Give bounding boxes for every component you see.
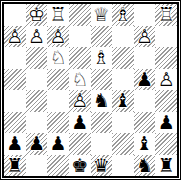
white-rook-piece: ♜♖	[47, 4, 69, 26]
square-h8[interactable]: ♜	[4, 155, 26, 177]
square-e1[interactable]	[69, 4, 91, 26]
piece-filled-glyph: ♞	[91, 90, 113, 112]
square-g8[interactable]	[26, 155, 48, 177]
square-e4[interactable]: ♞♘	[69, 69, 91, 91]
piece-filled-glyph: ♛	[91, 155, 113, 177]
square-e7[interactable]	[69, 133, 91, 155]
piece-outline-glyph: ♙	[69, 90, 91, 112]
piece-outline-glyph: ♙	[26, 26, 48, 48]
piece-filled-glyph: ♟	[155, 112, 177, 134]
square-c6[interactable]	[112, 112, 134, 134]
square-c2[interactable]	[112, 26, 134, 48]
black-pawn-piece: ♟	[69, 112, 91, 134]
square-f1[interactable]: ♜♖	[47, 4, 69, 26]
square-e3[interactable]	[69, 47, 91, 69]
square-d8[interactable]: ♛	[91, 155, 113, 177]
piece-filled-glyph: ♟	[69, 112, 91, 134]
square-g3[interactable]	[26, 47, 48, 69]
square-f3[interactable]: ♞♘	[47, 47, 69, 69]
piece-outline-glyph: ♙	[155, 69, 177, 91]
square-g1[interactable]: ♚♔	[26, 4, 48, 26]
piece-outline-glyph: ♔	[26, 4, 48, 26]
white-knight-piece: ♞♘	[69, 69, 91, 91]
square-b7[interactable]: ♝	[134, 133, 156, 155]
white-pawn-piece: ♟♙	[69, 90, 91, 112]
piece-filled-glyph: ♟	[47, 133, 69, 155]
square-g4[interactable]	[26, 69, 48, 91]
square-f2[interactable]: ♟♙	[47, 26, 69, 48]
square-h4[interactable]	[4, 69, 26, 91]
black-knight-piece: ♞	[91, 90, 113, 112]
piece-outline-glyph: ♗	[91, 47, 113, 69]
white-pawn-piece: ♟♙	[4, 26, 26, 48]
square-b1[interactable]	[134, 4, 156, 26]
black-rook-piece: ♜	[155, 155, 177, 177]
white-knight-piece: ♞♘	[47, 47, 69, 69]
square-h7[interactable]: ♟	[4, 133, 26, 155]
black-pawn-piece: ♟	[47, 133, 69, 155]
square-h6[interactable]	[4, 112, 26, 134]
white-king-piece: ♚♔	[26, 4, 48, 26]
piece-filled-glyph: ♞	[134, 155, 156, 177]
piece-outline-glyph: ♖	[155, 4, 177, 26]
piece-filled-glyph: ♜	[4, 155, 26, 177]
black-knight-piece: ♞	[134, 155, 156, 177]
square-e8[interactable]: ♚	[69, 155, 91, 177]
piece-filled-glyph: ♚	[69, 155, 91, 177]
piece-filled-glyph: ♜	[155, 155, 177, 177]
square-a2[interactable]	[155, 26, 177, 48]
piece-outline-glyph: ♙	[134, 26, 156, 48]
square-f7[interactable]: ♟	[47, 133, 69, 155]
square-h2[interactable]: ♟♙	[4, 26, 26, 48]
piece-outline-glyph: ♘	[69, 69, 91, 91]
black-pawn-piece: ♟	[26, 133, 48, 155]
piece-outline-glyph: ♙	[47, 26, 69, 48]
square-g5[interactable]	[26, 90, 48, 112]
square-e6[interactable]: ♟	[69, 112, 91, 134]
square-h3[interactable]	[4, 47, 26, 69]
piece-filled-glyph: ♝	[134, 133, 156, 155]
square-b6[interactable]	[134, 112, 156, 134]
square-b2[interactable]: ♟♙	[134, 26, 156, 48]
white-pawn-piece: ♟♙	[155, 69, 177, 91]
square-b8[interactable]: ♞	[134, 155, 156, 177]
piece-outline-glyph: ♘	[47, 47, 69, 69]
square-c8[interactable]	[112, 155, 134, 177]
square-a1[interactable]: ♜♖	[155, 4, 177, 26]
white-pawn-piece: ♟♙	[47, 26, 69, 48]
square-g6[interactable]	[26, 112, 48, 134]
square-f6[interactable]	[47, 112, 69, 134]
square-d6[interactable]	[91, 112, 113, 134]
square-c4[interactable]	[112, 69, 134, 91]
piece-filled-glyph: ♟	[134, 69, 156, 91]
square-f8[interactable]	[47, 155, 69, 177]
piece-outline-glyph: ♙	[4, 26, 26, 48]
white-queen-piece: ♛♕	[91, 4, 113, 26]
black-bishop-piece: ♝	[134, 133, 156, 155]
white-bishop-piece: ♝♗	[91, 47, 113, 69]
white-pawn-piece: ♟♙	[26, 26, 48, 48]
square-f5[interactable]	[47, 90, 69, 112]
square-b5[interactable]	[134, 90, 156, 112]
square-d4[interactable]	[91, 69, 113, 91]
piece-filled-glyph: ♟	[26, 133, 48, 155]
square-d1[interactable]: ♛♕	[91, 4, 113, 26]
square-c3[interactable]	[112, 47, 134, 69]
square-a8[interactable]: ♜	[155, 155, 177, 177]
square-h1[interactable]	[4, 4, 26, 26]
white-pawn-piece: ♟♙	[134, 26, 156, 48]
square-c1[interactable]: ♝♗	[112, 4, 134, 26]
piece-filled-glyph: ♟	[4, 133, 26, 155]
piece-filled-glyph: ♝	[112, 90, 134, 112]
square-c5[interactable]: ♝	[112, 90, 134, 112]
square-a4[interactable]: ♟♙	[155, 69, 177, 91]
square-d5[interactable]: ♞	[91, 90, 113, 112]
square-d2[interactable]	[91, 26, 113, 48]
square-a3[interactable]	[155, 47, 177, 69]
chess-board-frame: ♚♔♜♖♛♕♝♗♜♖♟♙♟♙♟♙♟♙♞♘♝♗♞♘♟♟♙♟♙♞♝♟♟♟♟♟♝♜♚♛…	[0, 0, 181, 180]
black-queen-piece: ♛	[91, 155, 113, 177]
white-rook-piece: ♜♖	[155, 4, 177, 26]
white-bishop-piece: ♝♗	[112, 4, 134, 26]
square-a6[interactable]: ♟	[155, 112, 177, 134]
square-b4[interactable]: ♟	[134, 69, 156, 91]
square-g2[interactable]: ♟♙	[26, 26, 48, 48]
chess-board: ♚♔♜♖♛♕♝♗♜♖♟♙♟♙♟♙♟♙♞♘♝♗♞♘♟♟♙♟♙♞♝♟♟♟♟♟♝♜♚♛…	[2, 2, 179, 178]
square-e2[interactable]	[69, 26, 91, 48]
square-e5[interactable]: ♟♙	[69, 90, 91, 112]
black-pawn-piece: ♟	[155, 112, 177, 134]
black-pawn-piece: ♟	[4, 133, 26, 155]
square-b3[interactable]	[134, 47, 156, 69]
square-c7[interactable]	[112, 133, 134, 155]
square-a7[interactable]	[155, 133, 177, 155]
square-h5[interactable]	[4, 90, 26, 112]
square-d3[interactable]: ♝♗	[91, 47, 113, 69]
black-rook-piece: ♜	[4, 155, 26, 177]
square-g7[interactable]: ♟	[26, 133, 48, 155]
square-f4[interactable]	[47, 69, 69, 91]
square-d7[interactable]	[91, 133, 113, 155]
black-pawn-piece: ♟	[134, 69, 156, 91]
piece-outline-glyph: ♖	[47, 4, 69, 26]
piece-outline-glyph: ♗	[112, 4, 134, 26]
piece-outline-glyph: ♕	[91, 4, 113, 26]
black-bishop-piece: ♝	[112, 90, 134, 112]
square-a5[interactable]	[155, 90, 177, 112]
black-king-piece: ♚	[69, 155, 91, 177]
